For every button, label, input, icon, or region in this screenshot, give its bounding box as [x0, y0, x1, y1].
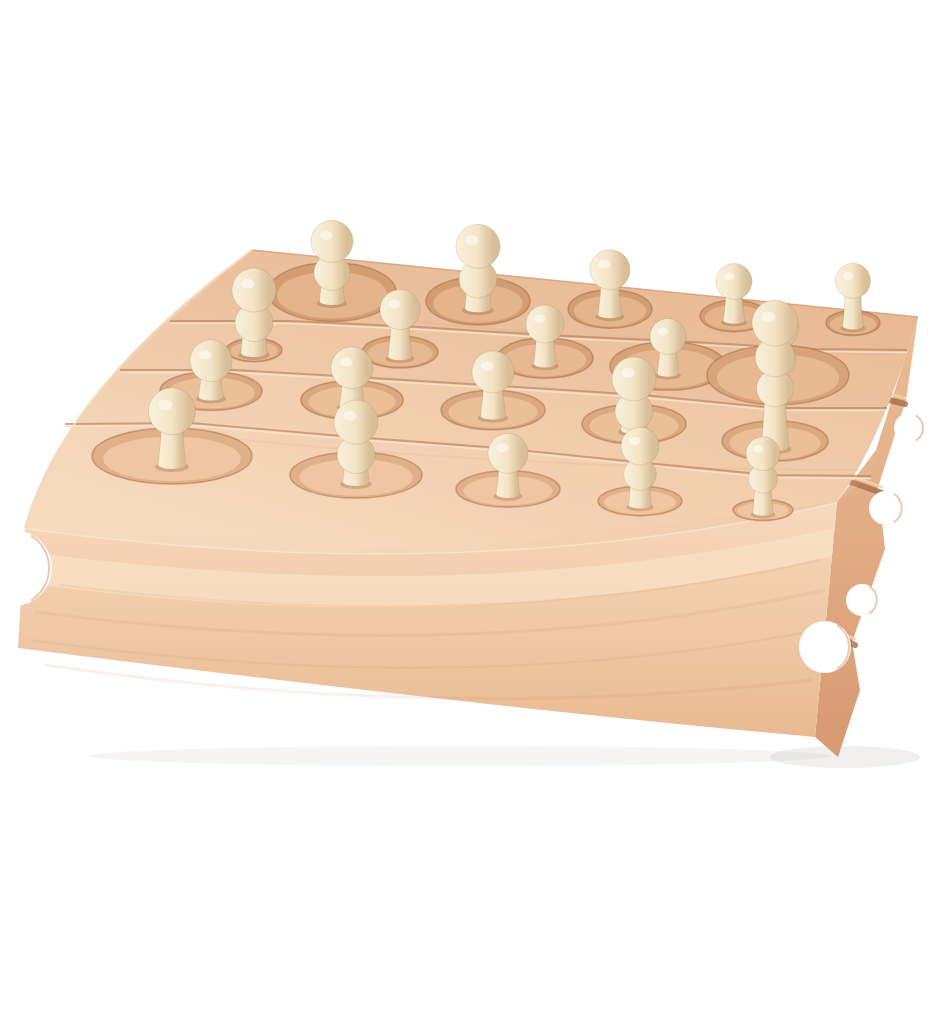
knob-head — [190, 340, 232, 382]
knob-highlight — [388, 300, 400, 309]
knob-head — [488, 433, 528, 473]
knob-head — [149, 388, 196, 435]
knob-highlight — [621, 368, 634, 378]
knob-highlight — [762, 312, 776, 322]
knob-foot — [320, 298, 344, 306]
knob-highlight — [465, 235, 478, 245]
knob-foot — [158, 461, 185, 469]
knob-foot — [724, 317, 745, 323]
board-scene — [0, 0, 950, 1010]
knob-head — [650, 319, 686, 355]
knob-highlight — [598, 260, 610, 269]
knob-highlight — [340, 357, 353, 366]
knob-head — [331, 347, 373, 389]
knob-highlight — [158, 400, 172, 410]
knob-foot — [843, 323, 863, 329]
knob-foot — [388, 353, 411, 360]
knob-foot — [343, 478, 369, 486]
knob-head — [752, 300, 798, 346]
knob-head — [590, 250, 630, 290]
knob-head — [612, 357, 656, 401]
knob-highlight — [753, 445, 763, 452]
knob-head — [334, 400, 378, 444]
knob-highlight — [843, 272, 854, 280]
ground-shadow — [770, 746, 920, 768]
knob-highlight — [241, 279, 254, 289]
knob-foot — [753, 510, 773, 516]
knob-head — [456, 224, 500, 268]
knob-highlight — [320, 231, 333, 240]
knob-highlight — [534, 315, 545, 323]
product-photo — [0, 0, 950, 1010]
knob-foot — [598, 311, 621, 318]
cylinder-block-board — [0, 0, 950, 1010]
knob-highlight — [629, 437, 640, 445]
knob-foot — [629, 502, 651, 509]
knob-head — [472, 351, 514, 393]
knob-highlight — [343, 411, 356, 421]
knob-highlight — [658, 328, 669, 336]
knob-foot — [481, 412, 505, 420]
ground-shadow — [90, 746, 830, 766]
knob-highlight — [199, 350, 212, 359]
knob-highlight — [496, 443, 508, 452]
knob-foot — [658, 370, 679, 376]
knob-foot — [496, 491, 519, 498]
knob-head — [526, 305, 564, 343]
knob-foot — [534, 361, 556, 368]
knob-head — [311, 220, 353, 262]
knob-head — [380, 290, 420, 330]
knob-highlight — [481, 361, 494, 370]
knob-highlight — [724, 272, 735, 280]
knob-head — [232, 268, 276, 312]
knob-foot — [199, 393, 223, 401]
knob-foot — [241, 349, 267, 357]
knob-head — [716, 263, 752, 299]
finger-notch — [799, 621, 851, 673]
knob-head — [836, 263, 871, 298]
knob-head — [621, 427, 659, 465]
knob-head — [746, 437, 780, 471]
knob-foot — [465, 304, 491, 312]
